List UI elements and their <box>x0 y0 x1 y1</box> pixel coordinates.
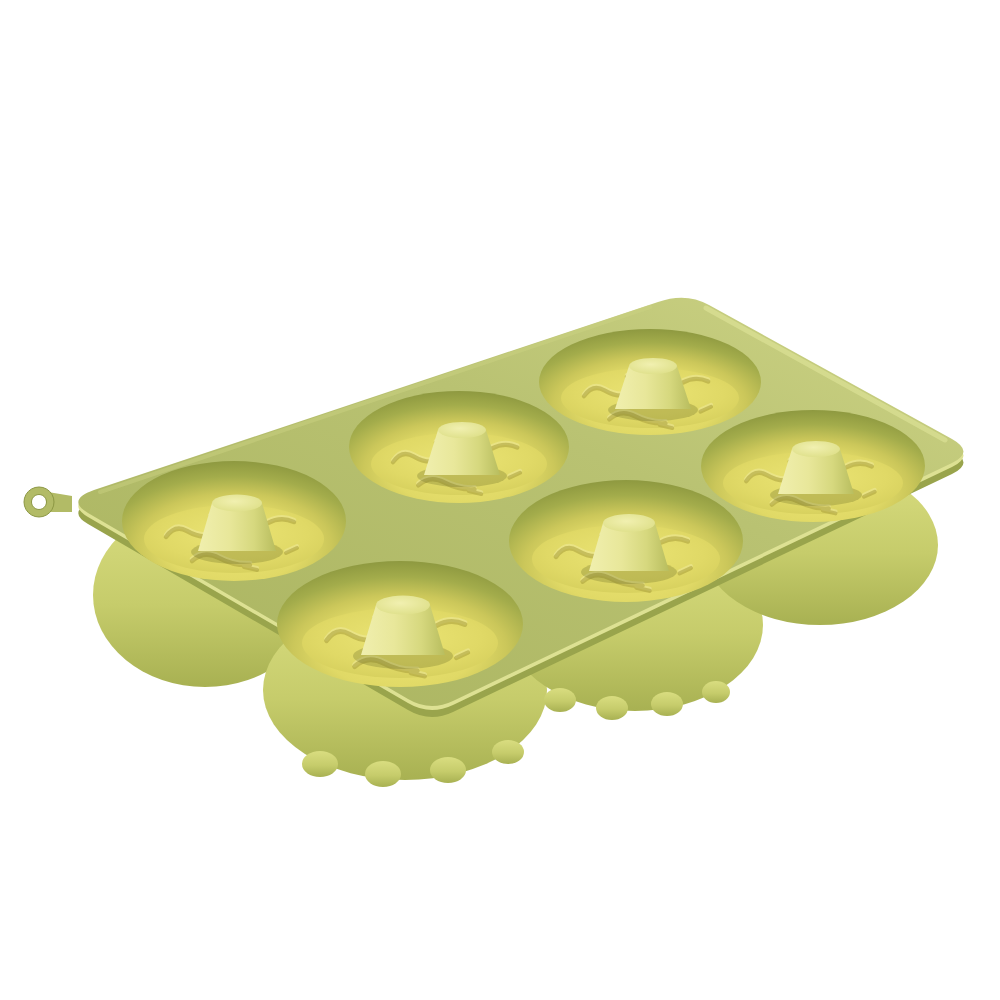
cone-top-cap <box>376 596 430 615</box>
cone-top-cap <box>792 441 840 457</box>
cone-top-cap <box>629 358 677 374</box>
cavity-front-left <box>277 561 523 687</box>
cavity-back-left <box>122 461 346 581</box>
cavity-front-right <box>701 410 925 522</box>
hanging-loop <box>24 487 72 517</box>
cone-top-cap <box>438 422 486 438</box>
cone-top-cap <box>212 495 262 512</box>
mold-illustration <box>0 0 1000 1000</box>
cavity-back-middle <box>349 391 569 503</box>
cavity-front-middle <box>509 480 743 602</box>
product-photo <box>0 0 1000 1000</box>
cavity-back-right <box>539 329 761 435</box>
cone-top-cap <box>603 514 655 532</box>
